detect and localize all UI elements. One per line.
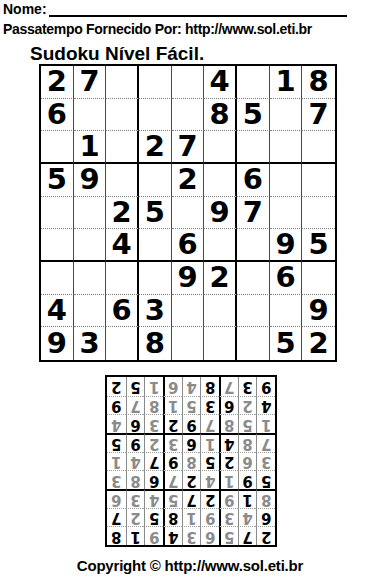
solution-cell-r4c6: 7 xyxy=(163,470,182,489)
solution-cell-r5c2: 6 xyxy=(238,452,257,471)
solution-cell-r3c7: 4 xyxy=(144,489,163,508)
provider-line: Passatempo Fornecido Por: http://www.sol… xyxy=(3,21,312,37)
solution-cell-r8c6: 1 xyxy=(163,396,182,415)
solution-cell-r9c1: 9 xyxy=(256,377,275,396)
solution-cell-r5c8: 4 xyxy=(126,452,145,471)
solution-cell-r5c4: 5 xyxy=(200,452,219,471)
puzzle-cell-r3c4: 2 xyxy=(139,131,172,164)
solution-cell-r6c2: 8 xyxy=(238,433,257,452)
puzzle-cell-r6c4 xyxy=(139,229,172,262)
puzzle-cell-r7c2 xyxy=(74,262,107,295)
solution-cell-r8c9: 9 xyxy=(107,396,126,415)
puzzle-cell-r7c7 xyxy=(237,262,270,295)
puzzle-cell-r6c1 xyxy=(41,229,74,262)
puzzle-cell-r2c5 xyxy=(172,99,205,132)
solution-cell-r8c8: 7 xyxy=(126,396,145,415)
puzzle-cell-r7c4 xyxy=(139,262,172,295)
solution-cell-r7c7: 3 xyxy=(144,414,163,433)
solution-cell-r8c4: 3 xyxy=(200,396,219,415)
puzzle-cell-r2c7: 5 xyxy=(237,99,270,132)
solution-cell-r2c8: 2 xyxy=(126,508,145,527)
solution-cell-r5c6: 9 xyxy=(163,452,182,471)
puzzle-cell-r2c9: 7 xyxy=(302,99,335,132)
solution-cell-r1c7: 9 xyxy=(144,526,163,545)
puzzle-cell-r5c5 xyxy=(172,197,205,230)
puzzle-cell-r5c9 xyxy=(302,197,335,230)
puzzle-cell-r8c6 xyxy=(204,295,237,328)
solution-cell-r1c9: 8 xyxy=(107,526,126,545)
puzzle-cell-r5c1 xyxy=(41,197,74,230)
solution-cell-r8c1: 4 xyxy=(256,396,275,415)
puzzle-cell-r1c8: 1 xyxy=(270,66,303,99)
puzzle-cell-r3c2: 1 xyxy=(74,131,107,164)
puzzle-cell-r9c5 xyxy=(172,327,205,360)
solution-cell-r4c9: 3 xyxy=(107,470,126,489)
puzzle-cell-r2c6: 8 xyxy=(204,99,237,132)
puzzle-cell-r4c1: 5 xyxy=(41,164,74,197)
puzzle-cell-r7c8: 6 xyxy=(270,262,303,295)
solution-cell-r4c1: 5 xyxy=(256,470,275,489)
page-title: Sudoku Nível Fácil. xyxy=(30,43,204,65)
solution-cell-r7c8: 6 xyxy=(126,414,145,433)
solution-cell-r7c5: 9 xyxy=(182,414,201,433)
solution-cell-r6c5: 6 xyxy=(182,433,201,452)
puzzle-cell-r7c9 xyxy=(302,262,335,295)
solution-cell-r5c3: 2 xyxy=(219,452,238,471)
solution-cell-r7c2: 5 xyxy=(238,414,257,433)
puzzle-cell-r6c6 xyxy=(204,229,237,262)
solution-cell-r1c2: 7 xyxy=(238,526,257,545)
name-row: Nome: xyxy=(3,1,347,17)
solution-cell-r7c3: 8 xyxy=(219,414,238,433)
solution-cell-r8c5: 5 xyxy=(182,396,201,415)
puzzle-cell-r9c7 xyxy=(237,327,270,360)
solution-cell-r2c9: 7 xyxy=(107,508,126,527)
puzzle-cell-r4c5: 2 xyxy=(172,164,205,197)
puzzle-cell-r8c7 xyxy=(237,295,270,328)
solution-cell-r9c5: 4 xyxy=(182,377,201,396)
puzzle-cell-r4c7: 6 xyxy=(237,164,270,197)
name-label: Nome: xyxy=(3,1,47,17)
puzzle-cell-r1c4 xyxy=(139,66,172,99)
puzzle-cell-r6c8: 9 xyxy=(270,229,303,262)
puzzle-cell-r5c3: 2 xyxy=(106,197,139,230)
puzzle-cell-r8c8 xyxy=(270,295,303,328)
solution-cell-r3c2: 1 xyxy=(238,489,257,508)
puzzle-cell-r4c4 xyxy=(139,164,172,197)
puzzle-cell-r8c3: 6 xyxy=(106,295,139,328)
solution-cell-r9c4: 8 xyxy=(200,377,219,396)
puzzle-cell-r6c7 xyxy=(237,229,270,262)
solution-cell-r2c5: 1 xyxy=(182,508,201,527)
solution-cell-r4c7: 6 xyxy=(144,470,163,489)
solution-cell-r4c5: 2 xyxy=(182,470,201,489)
puzzle-cell-r8c4: 3 xyxy=(139,295,172,328)
puzzle-cell-r3c1 xyxy=(41,131,74,164)
solution-cell-r9c3: 7 xyxy=(219,377,238,396)
solution-cell-r3c3: 9 xyxy=(219,489,238,508)
puzzle-cell-r7c3 xyxy=(106,262,139,295)
puzzle-cell-r3c7 xyxy=(237,131,270,164)
puzzle-cell-r2c1: 6 xyxy=(41,99,74,132)
solution-cell-r2c3: 3 xyxy=(219,508,238,527)
solution-cell-r6c3: 4 xyxy=(219,433,238,452)
copyright-line: Copyright © http://www.sol.eti.br xyxy=(0,557,380,574)
solution-cell-r9c2: 3 xyxy=(238,377,257,396)
solution-cell-r1c3: 5 xyxy=(219,526,238,545)
solution-cell-r5c1: 3 xyxy=(256,452,275,471)
solution-cell-r2c7: 5 xyxy=(144,508,163,527)
puzzle-cell-r1c7 xyxy=(237,66,270,99)
solution-cell-r3c8: 3 xyxy=(126,489,145,508)
solution-cell-r9c8: 5 xyxy=(126,377,145,396)
sudoku-solution-grid-rotated: 2756349186439185278192754365914276833625… xyxy=(105,375,277,547)
puzzle-cell-r5c7: 7 xyxy=(237,197,270,230)
puzzle-cell-r4c8 xyxy=(270,164,303,197)
puzzle-cell-r4c2: 9 xyxy=(74,164,107,197)
puzzle-cell-r5c2 xyxy=(74,197,107,230)
solution-cell-r7c1: 1 xyxy=(256,414,275,433)
solution-cell-r4c3: 1 xyxy=(219,470,238,489)
puzzle-cell-r3c6 xyxy=(204,131,237,164)
solution-cell-r7c9: 4 xyxy=(107,414,126,433)
solution-cell-r7c4: 7 xyxy=(200,414,219,433)
solution-cell-r6c9: 5 xyxy=(107,433,126,452)
solution-cell-r9c7: 1 xyxy=(144,377,163,396)
puzzle-cell-r1c9: 8 xyxy=(302,66,335,99)
puzzle-cell-r8c5 xyxy=(172,295,205,328)
puzzle-cell-r6c3: 4 xyxy=(106,229,139,262)
solution-cell-r3c6: 5 xyxy=(163,489,182,508)
solution-cell-r4c8: 8 xyxy=(126,470,145,489)
solution-cell-r5c5: 8 xyxy=(182,452,201,471)
puzzle-cell-r2c4 xyxy=(139,99,172,132)
name-blank-line xyxy=(49,2,347,17)
puzzle-cell-r2c8 xyxy=(270,99,303,132)
solution-cell-r2c2: 4 xyxy=(238,508,257,527)
worksheet-page: Nome: Passatempo Fornecido Por: http://w… xyxy=(0,0,380,585)
puzzle-cell-r4c3 xyxy=(106,164,139,197)
puzzle-cell-r9c1: 9 xyxy=(41,327,74,360)
puzzle-cell-r1c5 xyxy=(172,66,205,99)
solution-cell-r1c6: 4 xyxy=(163,526,182,545)
solution-cell-r9c9: 2 xyxy=(107,377,126,396)
solution-cell-r3c4: 2 xyxy=(200,489,219,508)
puzzle-cell-r9c2: 3 xyxy=(74,327,107,360)
puzzle-cell-r3c3 xyxy=(106,131,139,164)
puzzle-cell-r6c9: 5 xyxy=(302,229,335,262)
puzzle-cell-r5c6: 9 xyxy=(204,197,237,230)
puzzle-cell-r2c2 xyxy=(74,99,107,132)
solution-cell-r6c8: 9 xyxy=(126,433,145,452)
puzzle-cell-r4c6 xyxy=(204,164,237,197)
solution-cell-r5c9: 1 xyxy=(107,452,126,471)
solution-cell-r3c9: 6 xyxy=(107,489,126,508)
puzzle-cell-r1c6: 4 xyxy=(204,66,237,99)
puzzle-cell-r1c3 xyxy=(106,66,139,99)
puzzle-cell-r5c4: 5 xyxy=(139,197,172,230)
solution-cell-r5c7: 7 xyxy=(144,452,163,471)
puzzle-cell-r6c2 xyxy=(74,229,107,262)
puzzle-cell-r9c8: 5 xyxy=(270,327,303,360)
solution-cell-r8c3: 6 xyxy=(219,396,238,415)
solution-cell-r7c6: 2 xyxy=(163,414,182,433)
puzzle-cell-r8c2 xyxy=(74,295,107,328)
puzzle-cell-r9c9: 2 xyxy=(302,327,335,360)
puzzle-cell-r9c3 xyxy=(106,327,139,360)
puzzle-cell-r3c9 xyxy=(302,131,335,164)
puzzle-cell-r8c9: 9 xyxy=(302,295,335,328)
solution-cell-r8c2: 2 xyxy=(238,396,257,415)
sudoku-puzzle-grid: 274186857127592625974695926463993852 xyxy=(39,64,337,362)
solution-cell-r6c1: 7 xyxy=(256,433,275,452)
solution-cell-r3c1: 8 xyxy=(256,489,275,508)
solution-cell-r4c2: 9 xyxy=(238,470,257,489)
solution-cell-r3c5: 7 xyxy=(182,489,201,508)
puzzle-cell-r2c3 xyxy=(106,99,139,132)
puzzle-cell-r5c8 xyxy=(270,197,303,230)
puzzle-cell-r6c5: 6 xyxy=(172,229,205,262)
solution-cell-r2c4: 9 xyxy=(200,508,219,527)
solution-cell-r1c5: 3 xyxy=(182,526,201,545)
solution-cell-r1c1: 2 xyxy=(256,526,275,545)
puzzle-cell-r9c6 xyxy=(204,327,237,360)
puzzle-cell-r3c8 xyxy=(270,131,303,164)
puzzle-cell-r1c2: 7 xyxy=(74,66,107,99)
puzzle-cell-r4c9 xyxy=(302,164,335,197)
puzzle-cell-r7c5: 9 xyxy=(172,262,205,295)
solution-cell-r6c7: 2 xyxy=(144,433,163,452)
solution-cell-r1c4: 6 xyxy=(200,526,219,545)
solution-cell-r2c6: 8 xyxy=(163,508,182,527)
solution-cell-r1c8: 1 xyxy=(126,526,145,545)
solution-cell-r6c4: 1 xyxy=(200,433,219,452)
solution-cell-r4c4: 4 xyxy=(200,470,219,489)
puzzle-cell-r1c1: 2 xyxy=(41,66,74,99)
solution-cell-r6c6: 3 xyxy=(163,433,182,452)
solution-cell-r8c7: 8 xyxy=(144,396,163,415)
puzzle-cell-r7c6: 2 xyxy=(204,262,237,295)
solution-cell-r2c1: 6 xyxy=(256,508,275,527)
puzzle-cell-r8c1: 4 xyxy=(41,295,74,328)
solution-cell-r9c6: 6 xyxy=(163,377,182,396)
puzzle-cell-r3c5: 7 xyxy=(172,131,205,164)
puzzle-cell-r7c1 xyxy=(41,262,74,295)
puzzle-cell-r9c4: 8 xyxy=(139,327,172,360)
